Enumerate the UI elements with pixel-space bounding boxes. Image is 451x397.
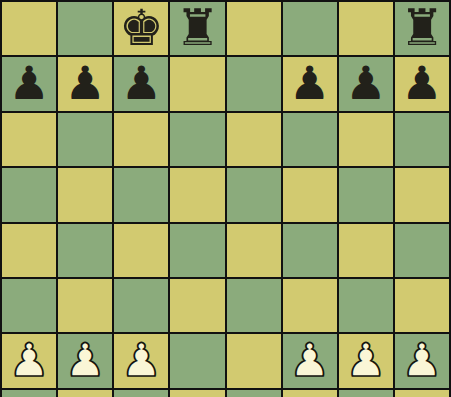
square-a2[interactable]: ♟ <box>2 334 56 387</box>
square-g4[interactable] <box>339 224 393 277</box>
square-c7[interactable]: ♟ <box>114 57 168 110</box>
square-g7[interactable]: ♟ <box>339 57 393 110</box>
square-f3[interactable] <box>283 279 337 332</box>
square-h5[interactable] <box>395 168 449 221</box>
square-e8[interactable] <box>227 2 281 55</box>
chess-board: ♚♜♜♟♟♟♟♟♟♟♟♟♟♟♟ <box>0 0 451 397</box>
square-h1[interactable] <box>395 390 449 397</box>
square-e6[interactable] <box>227 113 281 166</box>
square-d4[interactable] <box>170 224 224 277</box>
black-rook-h8[interactable]: ♜ <box>400 3 445 53</box>
white-pawn-a2[interactable]: ♟ <box>8 337 49 383</box>
square-g5[interactable] <box>339 168 393 221</box>
white-pawn-h2[interactable]: ♟ <box>401 337 442 383</box>
black-pawn-g7[interactable]: ♟ <box>345 60 386 106</box>
square-e1[interactable] <box>227 390 281 397</box>
square-h6[interactable] <box>395 113 449 166</box>
square-c2[interactable]: ♟ <box>114 334 168 387</box>
square-e2[interactable] <box>227 334 281 387</box>
square-d3[interactable] <box>170 279 224 332</box>
square-e5[interactable] <box>227 168 281 221</box>
square-e7[interactable] <box>227 57 281 110</box>
square-b6[interactable] <box>58 113 112 166</box>
square-a5[interactable] <box>2 168 56 221</box>
square-d8[interactable]: ♜ <box>170 2 224 55</box>
black-rook-d8[interactable]: ♜ <box>175 3 220 53</box>
square-h2[interactable]: ♟ <box>395 334 449 387</box>
white-pawn-f2[interactable]: ♟ <box>289 337 330 383</box>
square-b2[interactable]: ♟ <box>58 334 112 387</box>
square-b3[interactable] <box>58 279 112 332</box>
square-b5[interactable] <box>58 168 112 221</box>
square-b1[interactable] <box>58 390 112 397</box>
black-pawn-a7[interactable]: ♟ <box>8 60 49 106</box>
square-d5[interactable] <box>170 168 224 221</box>
square-h8[interactable]: ♜ <box>395 2 449 55</box>
square-a4[interactable] <box>2 224 56 277</box>
square-c4[interactable] <box>114 224 168 277</box>
square-f2[interactable]: ♟ <box>283 334 337 387</box>
black-pawn-h7[interactable]: ♟ <box>401 60 442 106</box>
square-a7[interactable]: ♟ <box>2 57 56 110</box>
square-c5[interactable] <box>114 168 168 221</box>
black-pawn-b7[interactable]: ♟ <box>65 60 106 106</box>
square-b7[interactable]: ♟ <box>58 57 112 110</box>
square-g2[interactable]: ♟ <box>339 334 393 387</box>
square-e3[interactable] <box>227 279 281 332</box>
white-pawn-b2[interactable]: ♟ <box>65 337 106 383</box>
square-h3[interactable] <box>395 279 449 332</box>
square-h4[interactable] <box>395 224 449 277</box>
square-f1[interactable] <box>283 390 337 397</box>
square-f7[interactable]: ♟ <box>283 57 337 110</box>
square-b8[interactable] <box>58 2 112 55</box>
square-f4[interactable] <box>283 224 337 277</box>
square-a1[interactable] <box>2 390 56 397</box>
square-g1[interactable] <box>339 390 393 397</box>
square-g8[interactable] <box>339 2 393 55</box>
white-pawn-g2[interactable]: ♟ <box>345 337 386 383</box>
square-f6[interactable] <box>283 113 337 166</box>
square-c8[interactable]: ♚ <box>114 2 168 55</box>
square-a6[interactable] <box>2 113 56 166</box>
black-pawn-c7[interactable]: ♟ <box>121 60 162 106</box>
white-pawn-c2[interactable]: ♟ <box>121 337 162 383</box>
square-d6[interactable] <box>170 113 224 166</box>
square-f8[interactable] <box>283 2 337 55</box>
square-g3[interactable] <box>339 279 393 332</box>
square-d2[interactable] <box>170 334 224 387</box>
square-b4[interactable] <box>58 224 112 277</box>
square-c6[interactable] <box>114 113 168 166</box>
square-g6[interactable] <box>339 113 393 166</box>
chess-app-viewport: ♚♜♜♟♟♟♟♟♟♟♟♟♟♟♟ <box>0 0 451 397</box>
square-a3[interactable] <box>2 279 56 332</box>
square-e4[interactable] <box>227 224 281 277</box>
square-d7[interactable] <box>170 57 224 110</box>
square-a8[interactable] <box>2 2 56 55</box>
square-d1[interactable] <box>170 390 224 397</box>
black-king-c8[interactable]: ♚ <box>119 3 164 53</box>
square-f5[interactable] <box>283 168 337 221</box>
black-pawn-f7[interactable]: ♟ <box>289 60 330 106</box>
square-c1[interactable] <box>114 390 168 397</box>
square-h7[interactable]: ♟ <box>395 57 449 110</box>
square-c3[interactable] <box>114 279 168 332</box>
